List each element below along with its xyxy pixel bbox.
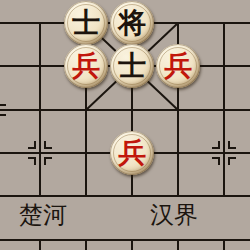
river-label-han-border: 汉界 [150,202,198,228]
xiangqi-board: 士将兵士兵兵 楚河 汉界 [0,0,250,250]
piece-red-soldier-f4-r9[interactable]: 兵 [64,44,108,88]
piece-red-soldier-f5-r7[interactable]: 兵 [110,131,154,175]
piece-black-general-f5-r10[interactable]: 将 [110,1,154,45]
piece-black-advisor-f5-r9[interactable]: 士 [110,44,154,88]
piece-red-soldier-f6-r9[interactable]: 兵 [156,44,200,88]
piece-black-advisor-f4-r10[interactable]: 士 [64,1,108,45]
river-label-chu-river: 楚河 [19,202,67,228]
